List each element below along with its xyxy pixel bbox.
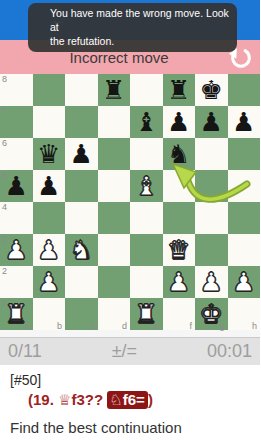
refutation-move[interactable]: ♘f6= <box>107 391 148 409</box>
file-label-c: c <box>90 321 95 331</box>
square-f4[interactable] <box>163 202 196 234</box>
square-c7[interactable] <box>65 106 98 138</box>
timer: 00:01 <box>207 341 252 362</box>
square-d8[interactable]: ♜ <box>98 74 131 106</box>
piece-wR-e1[interactable]: ♜ <box>130 298 163 330</box>
square-g2[interactable]: ♟ <box>195 266 228 298</box>
square-d4[interactable] <box>98 202 131 234</box>
square-h7[interactable]: ♟ <box>228 106 261 138</box>
piece-bK-g8[interactable]: ♚ <box>195 74 228 106</box>
board-area: 8♜♜♚7♝♟♟♟6♛♟♞5♟♟♝43♟♟♞♛2♟♟♟♟1a♜bcde♜fg♚h <box>0 74 260 330</box>
square-e7[interactable]: ♝ <box>130 106 163 138</box>
notation-panel: [#50] (19. ♕f3?? ♘f6=) Find the best con… <box>0 365 260 436</box>
square-h8[interactable] <box>228 74 261 106</box>
rank-label-8: 8 <box>2 74 7 84</box>
chess-board: 8♜♜♚7♝♟♟♟6♛♟♞5♟♟♝43♟♟♞♛2♟♟♟♟1a♜bcde♜fg♚h <box>0 74 260 330</box>
square-e2[interactable] <box>130 266 163 298</box>
square-e5[interactable]: ♝ <box>130 170 163 202</box>
rank-label-6: 6 <box>2 138 7 148</box>
square-f6[interactable]: ♞ <box>163 138 196 170</box>
square-c3[interactable]: ♞ <box>65 234 98 266</box>
queen-figurine-icon: ♕ <box>58 391 71 409</box>
square-f2[interactable]: ♟ <box>163 266 196 298</box>
square-g3[interactable] <box>195 234 228 266</box>
square-d5[interactable] <box>98 170 131 202</box>
piece-wR-a1[interactable]: ♜ <box>0 298 33 330</box>
white-move[interactable]: f3?? <box>71 391 103 408</box>
square-g1[interactable]: g♚ <box>195 298 228 330</box>
square-b7[interactable] <box>33 106 66 138</box>
square-b4[interactable] <box>33 202 66 234</box>
move-line[interactable]: (19. ♕f3?? ♘f6=) <box>10 391 250 409</box>
status-bar: 0/11 ±/= 00:01 <box>0 337 260 365</box>
piece-bP-a5[interactable]: ♟ <box>0 170 33 202</box>
square-a2[interactable]: 2 <box>0 266 33 298</box>
piece-wK-g1[interactable]: ♚ <box>195 298 228 330</box>
file-label-f: f <box>189 321 192 331</box>
piece-bP-c6[interactable]: ♟ <box>65 138 98 170</box>
square-g4[interactable] <box>195 202 228 234</box>
piece-wP-a3[interactable]: ♟ <box>0 234 33 266</box>
piece-bN-f6[interactable]: ♞ <box>163 138 196 170</box>
square-e1[interactable]: e♜ <box>130 298 163 330</box>
square-f3[interactable]: ♛ <box>163 234 196 266</box>
square-c5[interactable] <box>65 170 98 202</box>
square-a6[interactable]: 6 <box>0 138 33 170</box>
piece-bQ-b6[interactable]: ♛ <box>33 138 66 170</box>
toast-text-line2: the refutation. <box>50 34 229 48</box>
close-paren: ) <box>148 391 153 408</box>
piece-wP-b3[interactable]: ♟ <box>33 234 66 266</box>
chess-app: ← You have made the wrong move. Look at … <box>0 0 260 444</box>
task-instruction: Find the best continuation <box>10 419 250 436</box>
square-a4[interactable]: 4 <box>0 202 33 234</box>
square-f1[interactable]: f <box>163 298 196 330</box>
square-b5[interactable]: ♟ <box>33 170 66 202</box>
piece-wQ-f3[interactable]: ♛ <box>163 234 196 266</box>
square-d6[interactable] <box>98 138 131 170</box>
square-h2[interactable]: ♟ <box>228 266 261 298</box>
piece-bR-d8[interactable]: ♜ <box>98 74 131 106</box>
knight-figurine-icon: ♘ <box>109 391 122 409</box>
file-label-h: h <box>252 321 257 331</box>
toast-text-line1: You have made the wrong move. Look at <box>50 6 229 34</box>
square-h6[interactable] <box>228 138 261 170</box>
square-c4[interactable] <box>65 202 98 234</box>
square-b2[interactable]: ♟ <box>33 266 66 298</box>
piece-bP-f7[interactable]: ♟ <box>163 106 196 138</box>
move-prefix: (19. <box>28 391 54 408</box>
square-a5[interactable]: 5♟ <box>0 170 33 202</box>
score-counter: 0/11 <box>8 341 42 362</box>
square-c2[interactable] <box>65 266 98 298</box>
refutation-move-text: f6= <box>123 391 145 408</box>
file-label-b: b <box>57 321 62 331</box>
square-d7[interactable] <box>98 106 131 138</box>
piece-bR-f8[interactable]: ♜ <box>163 74 196 106</box>
square-f7[interactable]: ♟ <box>163 106 196 138</box>
piece-wN-c3[interactable]: ♞ <box>65 234 98 266</box>
piece-bP-b5[interactable]: ♟ <box>33 170 66 202</box>
square-a7[interactable]: 7 <box>0 106 33 138</box>
square-b8[interactable] <box>33 74 66 106</box>
square-c8[interactable] <box>65 74 98 106</box>
square-c1[interactable]: c <box>65 298 98 330</box>
piece-wB-e5[interactable]: ♝ <box>130 170 163 202</box>
square-e6[interactable] <box>130 138 163 170</box>
piece-bP-g7[interactable]: ♟ <box>195 106 228 138</box>
piece-bP-h7[interactable]: ♟ <box>228 106 261 138</box>
square-a8[interactable]: 8 <box>0 74 33 106</box>
square-g5[interactable] <box>195 170 228 202</box>
square-h1[interactable]: h <box>228 298 261 330</box>
square-g8[interactable]: ♚ <box>195 74 228 106</box>
divider-strip <box>0 330 260 337</box>
square-d2[interactable] <box>98 266 131 298</box>
square-a1[interactable]: 1a♜ <box>0 298 33 330</box>
square-b1[interactable]: b <box>33 298 66 330</box>
square-f5[interactable] <box>163 170 196 202</box>
square-e3[interactable] <box>130 234 163 266</box>
rank-label-2: 2 <box>2 266 7 276</box>
square-h4[interactable] <box>228 202 261 234</box>
rank-label-7: 7 <box>2 106 7 116</box>
square-d1[interactable]: d <box>98 298 131 330</box>
square-e4[interactable] <box>130 202 163 234</box>
square-c6[interactable]: ♟ <box>65 138 98 170</box>
evaluation-label: ±/= <box>112 341 137 362</box>
square-h5[interactable] <box>228 170 261 202</box>
square-h3[interactable] <box>228 234 261 266</box>
square-a3[interactable]: 3♟ <box>0 234 33 266</box>
square-b3[interactable]: ♟ <box>33 234 66 266</box>
square-f8[interactable]: ♜ <box>163 74 196 106</box>
rank-label-4: 4 <box>2 202 7 212</box>
piece-wP-h2[interactable]: ♟ <box>228 266 261 298</box>
puzzle-number: [#50] <box>10 372 250 388</box>
piece-wP-f2[interactable]: ♟ <box>163 266 196 298</box>
square-d3[interactable] <box>98 234 131 266</box>
piece-wP-g2[interactable]: ♟ <box>195 266 228 298</box>
piece-wP-b2[interactable]: ♟ <box>33 266 66 298</box>
square-e8[interactable] <box>130 74 163 106</box>
square-g7[interactable]: ♟ <box>195 106 228 138</box>
square-g6[interactable] <box>195 138 228 170</box>
square-b6[interactable]: ♛ <box>33 138 66 170</box>
piece-bB-e7[interactable]: ♝ <box>130 106 163 138</box>
file-label-d: d <box>122 321 127 331</box>
wrong-move-toast: You have made the wrong move. Look at th… <box>28 3 237 52</box>
